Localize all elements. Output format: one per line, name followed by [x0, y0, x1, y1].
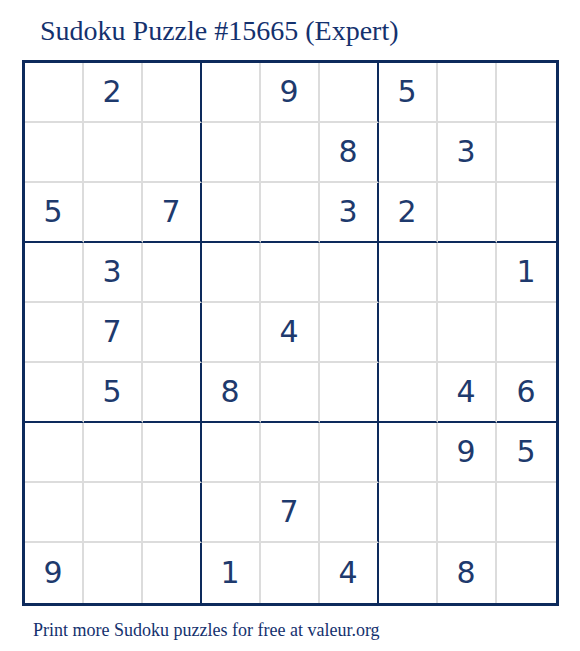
cell-r8c6[interactable] — [320, 483, 379, 543]
cell-r2c3[interactable] — [143, 123, 202, 183]
cell-r3c4[interactable] — [202, 183, 261, 243]
footer-text: Print more Sudoku puzzles for free at va… — [33, 620, 580, 641]
cell-r6c6[interactable] — [320, 363, 379, 423]
cell-r7c2[interactable] — [84, 423, 143, 483]
cell-r2c9[interactable] — [497, 123, 556, 183]
cell-r7c6[interactable] — [320, 423, 379, 483]
cell-r8c2[interactable] — [84, 483, 143, 543]
cell-r3c5[interactable] — [261, 183, 320, 243]
cell-r7c8[interactable]: 9 — [438, 423, 497, 483]
cell-r9c8[interactable]: 8 — [438, 543, 497, 603]
cell-r5c8[interactable] — [438, 303, 497, 363]
cell-r8c1[interactable] — [25, 483, 84, 543]
cell-r3c7[interactable]: 2 — [379, 183, 438, 243]
cell-r3c9[interactable] — [497, 183, 556, 243]
cell-r6c3[interactable] — [143, 363, 202, 423]
cell-r9c7[interactable] — [379, 543, 438, 603]
cell-r6c8[interactable]: 4 — [438, 363, 497, 423]
cell-r3c8[interactable] — [438, 183, 497, 243]
cell-r4c6[interactable] — [320, 243, 379, 303]
cell-r9c1[interactable]: 9 — [25, 543, 84, 603]
cell-r5c7[interactable] — [379, 303, 438, 363]
cell-r1c5[interactable]: 9 — [261, 63, 320, 123]
cell-r2c4[interactable] — [202, 123, 261, 183]
cell-r1c2[interactable]: 2 — [84, 63, 143, 123]
cell-r7c4[interactable] — [202, 423, 261, 483]
cell-r9c6[interactable]: 4 — [320, 543, 379, 603]
cell-r4c1[interactable] — [25, 243, 84, 303]
cell-r4c3[interactable] — [143, 243, 202, 303]
cell-r4c4[interactable] — [202, 243, 261, 303]
cell-r7c9[interactable]: 5 — [497, 423, 556, 483]
cell-r7c5[interactable] — [261, 423, 320, 483]
cell-r6c5[interactable] — [261, 363, 320, 423]
cell-r8c7[interactable] — [379, 483, 438, 543]
cell-r7c7[interactable] — [379, 423, 438, 483]
cell-r8c9[interactable] — [497, 483, 556, 543]
cell-r1c3[interactable] — [143, 63, 202, 123]
cell-r8c4[interactable] — [202, 483, 261, 543]
cell-r9c5[interactable] — [261, 543, 320, 603]
cell-r8c3[interactable] — [143, 483, 202, 543]
cell-r7c3[interactable] — [143, 423, 202, 483]
cell-r9c3[interactable] — [143, 543, 202, 603]
cell-r3c6[interactable]: 3 — [320, 183, 379, 243]
sudoku-page: Sudoku Puzzle #15665 (Expert) 2958357323… — [0, 0, 580, 651]
cell-r9c4[interactable]: 1 — [202, 543, 261, 603]
cell-r3c2[interactable] — [84, 183, 143, 243]
cell-r3c1[interactable]: 5 — [25, 183, 84, 243]
cell-r4c7[interactable] — [379, 243, 438, 303]
cell-r9c9[interactable] — [497, 543, 556, 603]
cell-r5c6[interactable] — [320, 303, 379, 363]
cell-r5c3[interactable] — [143, 303, 202, 363]
cell-r9c2[interactable] — [84, 543, 143, 603]
cell-r1c9[interactable] — [497, 63, 556, 123]
cell-r6c1[interactable] — [25, 363, 84, 423]
cell-r7c1[interactable] — [25, 423, 84, 483]
cell-r6c7[interactable] — [379, 363, 438, 423]
cell-r2c1[interactable] — [25, 123, 84, 183]
cell-r8c5[interactable]: 7 — [261, 483, 320, 543]
cell-r3c3[interactable]: 7 — [143, 183, 202, 243]
cell-r6c4[interactable]: 8 — [202, 363, 261, 423]
cell-r5c2[interactable]: 7 — [84, 303, 143, 363]
cell-r2c7[interactable] — [379, 123, 438, 183]
cell-r1c4[interactable] — [202, 63, 261, 123]
cell-r1c1[interactable] — [25, 63, 84, 123]
page-title: Sudoku Puzzle #15665 (Expert) — [40, 14, 580, 48]
cell-r4c9[interactable]: 1 — [497, 243, 556, 303]
cell-r2c6[interactable]: 8 — [320, 123, 379, 183]
cell-r4c5[interactable] — [261, 243, 320, 303]
cell-r2c2[interactable] — [84, 123, 143, 183]
cell-r6c2[interactable]: 5 — [84, 363, 143, 423]
cell-r2c5[interactable] — [261, 123, 320, 183]
cell-r5c9[interactable] — [497, 303, 556, 363]
cell-r5c1[interactable] — [25, 303, 84, 363]
cell-r1c7[interactable]: 5 — [379, 63, 438, 123]
cell-r4c8[interactable] — [438, 243, 497, 303]
sudoku-board: 295835732317458469579148 — [22, 60, 559, 606]
cell-r5c4[interactable] — [202, 303, 261, 363]
cell-r6c9[interactable]: 6 — [497, 363, 556, 423]
cell-r1c8[interactable] — [438, 63, 497, 123]
cell-r2c8[interactable]: 3 — [438, 123, 497, 183]
cell-r5c5[interactable]: 4 — [261, 303, 320, 363]
cell-r8c8[interactable] — [438, 483, 497, 543]
cell-r1c6[interactable] — [320, 63, 379, 123]
cell-r4c2[interactable]: 3 — [84, 243, 143, 303]
